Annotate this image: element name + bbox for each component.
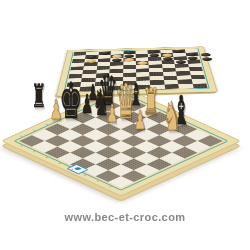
chess-piece-black-king: ♚: [59, 76, 82, 126]
product-photo-scene: ♟♝♛♜♟♜♞♟♛♚♟♝♟♞ www.bec-et-croc.com: [0, 0, 250, 250]
chess-piece-black-rook: ♜: [32, 80, 47, 112]
chess-piece-wood-pawn-right: ♟: [134, 107, 146, 133]
chess-piece-wood-knight: ♞: [163, 96, 182, 136]
chess-piece-black-pawn: ♟: [81, 91, 93, 117]
watermark-text: www.bec-et-croc.com: [0, 211, 250, 223]
chess-piece-wood-pawn-center: ♟: [106, 101, 118, 126]
